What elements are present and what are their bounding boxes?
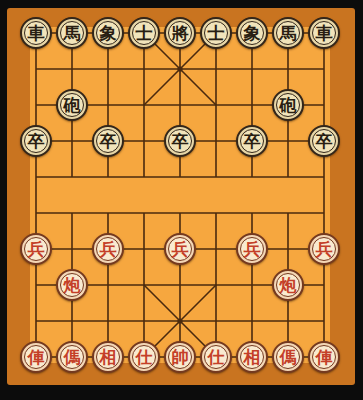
piece-black-soldier[interactable]: 卒 xyxy=(20,125,52,157)
piece-glyph: 砲 xyxy=(276,93,300,117)
piece-red-soldier[interactable]: 兵 xyxy=(308,233,340,265)
piece-red-soldier[interactable]: 兵 xyxy=(20,233,52,265)
piece-glyph: 馬 xyxy=(60,21,84,45)
piece-red-soldier[interactable]: 兵 xyxy=(164,233,196,265)
piece-glyph: 兵 xyxy=(168,237,192,261)
piece-glyph: 象 xyxy=(96,21,120,45)
piece-glyph: 兵 xyxy=(96,237,120,261)
piece-glyph: 兵 xyxy=(312,237,336,261)
piece-glyph: 卒 xyxy=(240,129,264,153)
piece-glyph: 炮 xyxy=(276,273,300,297)
piece-glyph: 象 xyxy=(240,21,264,45)
piece-black-elephant[interactable]: 象 xyxy=(236,17,268,49)
piece-glyph: 俥 xyxy=(312,345,336,369)
piece-red-advisor[interactable]: 仕 xyxy=(200,341,232,373)
piece-glyph: 將 xyxy=(168,21,192,45)
piece-glyph: 馬 xyxy=(276,21,300,45)
piece-glyph: 傌 xyxy=(60,345,84,369)
piece-black-horse[interactable]: 馬 xyxy=(272,17,304,49)
piece-black-cannon[interactable]: 砲 xyxy=(272,89,304,121)
piece-black-chariot[interactable]: 車 xyxy=(20,17,52,49)
piece-red-soldier[interactable]: 兵 xyxy=(236,233,268,265)
screenshot-root: 車馬象士將士象馬車砲砲卒卒卒卒卒兵兵兵兵兵炮炮俥傌相仕帥仕相傌俥 xyxy=(0,0,363,400)
piece-black-elephant[interactable]: 象 xyxy=(92,17,124,49)
piece-black-general[interactable]: 將 xyxy=(164,17,196,49)
piece-glyph: 士 xyxy=(132,21,156,45)
piece-glyph: 仕 xyxy=(204,345,228,369)
piece-black-soldier[interactable]: 卒 xyxy=(92,125,124,157)
piece-glyph: 卒 xyxy=(96,129,120,153)
piece-glyph: 相 xyxy=(240,345,264,369)
piece-black-advisor[interactable]: 士 xyxy=(128,17,160,49)
xiangqi-board[interactable]: 車馬象士將士象馬車砲砲卒卒卒卒卒兵兵兵兵兵炮炮俥傌相仕帥仕相傌俥 xyxy=(30,27,330,363)
piece-glyph: 卒 xyxy=(312,129,336,153)
piece-black-cannon[interactable]: 砲 xyxy=(56,89,88,121)
piece-black-advisor[interactable]: 士 xyxy=(200,17,232,49)
piece-red-horse[interactable]: 傌 xyxy=(56,341,88,373)
piece-black-soldier[interactable]: 卒 xyxy=(164,125,196,157)
piece-glyph: 車 xyxy=(24,21,48,45)
piece-glyph: 士 xyxy=(204,21,228,45)
piece-glyph: 兵 xyxy=(240,237,264,261)
board-frame: 車馬象士將士象馬車砲砲卒卒卒卒卒兵兵兵兵兵炮炮俥傌相仕帥仕相傌俥 xyxy=(7,8,355,385)
piece-red-chariot[interactable]: 俥 xyxy=(20,341,52,373)
piece-red-general[interactable]: 帥 xyxy=(164,341,196,373)
piece-red-cannon[interactable]: 炮 xyxy=(272,269,304,301)
piece-red-elephant[interactable]: 相 xyxy=(92,341,124,373)
piece-red-chariot[interactable]: 俥 xyxy=(308,341,340,373)
piece-glyph: 卒 xyxy=(168,129,192,153)
piece-glyph: 俥 xyxy=(24,345,48,369)
piece-black-horse[interactable]: 馬 xyxy=(56,17,88,49)
piece-black-chariot[interactable]: 車 xyxy=(308,17,340,49)
piece-red-elephant[interactable]: 相 xyxy=(236,341,268,373)
piece-black-soldier[interactable]: 卒 xyxy=(308,125,340,157)
piece-glyph: 兵 xyxy=(24,237,48,261)
piece-glyph: 仕 xyxy=(132,345,156,369)
piece-red-cannon[interactable]: 炮 xyxy=(56,269,88,301)
piece-red-advisor[interactable]: 仕 xyxy=(128,341,160,373)
piece-glyph: 炮 xyxy=(60,273,84,297)
piece-red-soldier[interactable]: 兵 xyxy=(92,233,124,265)
piece-glyph: 傌 xyxy=(276,345,300,369)
piece-glyph: 相 xyxy=(96,345,120,369)
piece-glyph: 帥 xyxy=(168,345,192,369)
piece-black-soldier[interactable]: 卒 xyxy=(236,125,268,157)
piece-glyph: 砲 xyxy=(60,93,84,117)
piece-red-horse[interactable]: 傌 xyxy=(272,341,304,373)
board-grid xyxy=(30,27,330,363)
piece-glyph: 車 xyxy=(312,21,336,45)
piece-glyph: 卒 xyxy=(24,129,48,153)
